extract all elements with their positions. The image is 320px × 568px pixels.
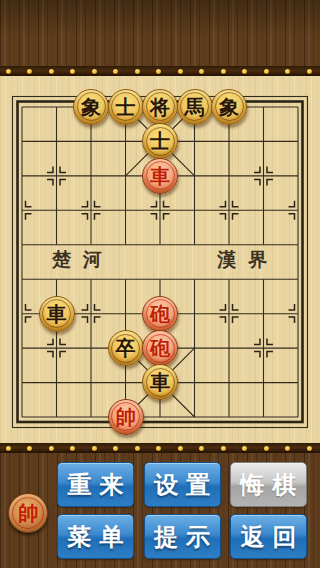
xiangqi-app-screen: 楚河 漢界 象士将馬象士車車砲卒砲車帥 帥 重来 设置 悔棋 菜单 提示 返回 xyxy=(0,0,320,568)
gold-stud xyxy=(135,69,140,74)
piece-red[interactable]: 砲 xyxy=(142,296,178,332)
piece-red[interactable]: 帥 xyxy=(108,399,144,435)
gold-stud xyxy=(49,69,54,74)
gold-stud xyxy=(113,446,118,451)
piece-red[interactable]: 砲 xyxy=(142,330,178,366)
gold-stud xyxy=(307,446,312,451)
board-grid: 象士将馬象士車車砲卒砲車帥 xyxy=(5,90,316,435)
bottom-stud-strip xyxy=(0,443,320,453)
piece-black[interactable]: 象 xyxy=(73,89,109,125)
piece-black[interactable]: 象 xyxy=(211,89,247,125)
gold-stud xyxy=(178,69,183,74)
piece-black[interactable]: 車 xyxy=(142,364,178,400)
gold-stud xyxy=(199,446,204,451)
gold-stud xyxy=(156,69,161,74)
gold-stud xyxy=(307,69,312,74)
red-general-glyph: 帥 xyxy=(18,500,38,527)
menu-button[interactable]: 菜单 xyxy=(57,514,134,559)
gold-stud xyxy=(221,69,226,74)
gold-stud xyxy=(27,446,32,451)
gold-stud xyxy=(92,446,97,451)
gold-stud xyxy=(199,69,204,74)
piece-black[interactable]: 車 xyxy=(39,296,75,332)
piece-black[interactable]: 将 xyxy=(142,89,178,125)
gold-stud xyxy=(70,69,75,74)
top-wood-panel xyxy=(0,0,320,67)
restart-button[interactable]: 重来 xyxy=(57,462,134,507)
piece-black[interactable]: 士 xyxy=(108,89,144,125)
gold-stud xyxy=(156,446,161,451)
piece-black[interactable]: 卒 xyxy=(108,330,144,366)
gold-stud xyxy=(242,69,247,74)
gold-stud xyxy=(285,69,290,74)
gold-stud xyxy=(285,446,290,451)
piece-black[interactable]: 士 xyxy=(142,123,178,159)
gold-stud xyxy=(6,69,11,74)
gold-stud xyxy=(49,446,54,451)
button-grid: 重来 设置 悔棋 菜单 提示 返回 xyxy=(57,462,307,559)
gold-stud xyxy=(135,446,140,451)
gold-stud xyxy=(178,446,183,451)
gold-stud xyxy=(92,69,97,74)
xiangqi-board: 楚河 漢界 象士将馬象士車車砲卒砲車帥 xyxy=(0,76,320,443)
gold-stud xyxy=(221,446,226,451)
piece-black[interactable]: 馬 xyxy=(177,89,213,125)
settings-button[interactable]: 设置 xyxy=(144,462,221,507)
gold-stud xyxy=(264,446,269,451)
piece-red[interactable]: 車 xyxy=(142,158,178,194)
gold-stud xyxy=(27,69,32,74)
control-panel: 帥 重来 设置 悔棋 菜单 提示 返回 xyxy=(0,453,320,568)
gold-stud xyxy=(264,69,269,74)
hint-button[interactable]: 提示 xyxy=(144,514,221,559)
back-button[interactable]: 返回 xyxy=(230,514,307,559)
gold-stud xyxy=(113,69,118,74)
top-stud-strip xyxy=(0,66,320,76)
undo-button[interactable]: 悔棋 xyxy=(230,462,307,507)
red-side-indicator-piece: 帥 xyxy=(8,493,48,533)
gold-stud xyxy=(6,446,11,451)
gold-stud xyxy=(70,446,75,451)
gold-stud xyxy=(242,446,247,451)
